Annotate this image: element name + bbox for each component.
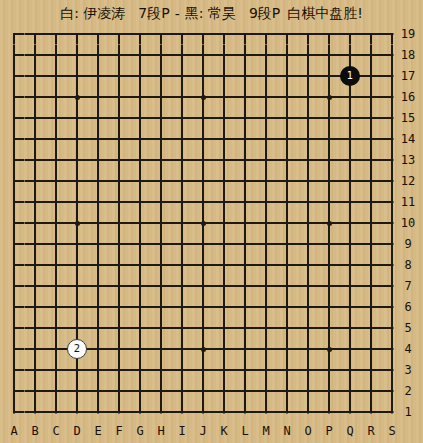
intersection-L2[interactable] (235, 381, 256, 402)
intersection-N14[interactable] (277, 129, 298, 150)
intersection-R3[interactable] (361, 360, 382, 381)
intersection-A19[interactable] (4, 24, 25, 45)
intersection-E3[interactable] (88, 360, 109, 381)
intersection-Q3[interactable] (340, 360, 361, 381)
intersection-H17[interactable] (151, 66, 172, 87)
intersection-I10[interactable] (172, 213, 193, 234)
intersection-D10[interactable] (67, 213, 88, 234)
intersection-N6[interactable] (277, 297, 298, 318)
intersection-C10[interactable] (46, 213, 67, 234)
intersection-M6[interactable] (256, 297, 277, 318)
intersection-E9[interactable] (88, 234, 109, 255)
intersection-C17[interactable] (46, 66, 67, 87)
intersection-E2[interactable] (88, 381, 109, 402)
intersection-O16[interactable] (298, 87, 319, 108)
intersection-D12[interactable] (67, 171, 88, 192)
intersection-A10[interactable] (4, 213, 25, 234)
intersection-G10[interactable] (130, 213, 151, 234)
intersection-H8[interactable] (151, 255, 172, 276)
intersection-M19[interactable] (256, 24, 277, 45)
intersection-H15[interactable] (151, 108, 172, 129)
intersection-N8[interactable] (277, 255, 298, 276)
intersection-O8[interactable] (298, 255, 319, 276)
intersection-N17[interactable] (277, 66, 298, 87)
intersection-J15[interactable] (193, 108, 214, 129)
intersection-D19[interactable] (67, 24, 88, 45)
intersection-N1[interactable] (277, 402, 298, 423)
intersection-D2[interactable] (67, 381, 88, 402)
intersection-R2[interactable] (361, 381, 382, 402)
intersection-M13[interactable] (256, 150, 277, 171)
intersection-J4[interactable] (193, 339, 214, 360)
intersection-D5[interactable] (67, 318, 88, 339)
intersection-F17[interactable] (109, 66, 130, 87)
intersection-O17[interactable] (298, 66, 319, 87)
intersection-L13[interactable] (235, 150, 256, 171)
intersection-N18[interactable] (277, 45, 298, 66)
intersection-E19[interactable] (88, 24, 109, 45)
intersection-H19[interactable] (151, 24, 172, 45)
intersection-F1[interactable] (109, 402, 130, 423)
intersection-F18[interactable] (109, 45, 130, 66)
intersection-R15[interactable] (361, 108, 382, 129)
intersection-M12[interactable] (256, 171, 277, 192)
intersection-P8[interactable] (319, 255, 340, 276)
intersection-D16[interactable] (67, 87, 88, 108)
intersection-J2[interactable] (193, 381, 214, 402)
intersection-N7[interactable] (277, 276, 298, 297)
intersection-Q6[interactable] (340, 297, 361, 318)
intersection-L3[interactable] (235, 360, 256, 381)
intersection-N11[interactable] (277, 192, 298, 213)
intersection-L8[interactable] (235, 255, 256, 276)
intersection-A13[interactable] (4, 150, 25, 171)
intersection-O5[interactable] (298, 318, 319, 339)
intersection-N10[interactable] (277, 213, 298, 234)
intersection-O11[interactable] (298, 192, 319, 213)
intersection-L15[interactable] (235, 108, 256, 129)
intersection-D18[interactable] (67, 45, 88, 66)
intersection-Q1[interactable] (340, 402, 361, 423)
intersection-C1[interactable] (46, 402, 67, 423)
intersection-A11[interactable] (4, 192, 25, 213)
intersection-I12[interactable] (172, 171, 193, 192)
intersection-R14[interactable] (361, 129, 382, 150)
intersection-M4[interactable] (256, 339, 277, 360)
intersection-E12[interactable] (88, 171, 109, 192)
intersection-G14[interactable] (130, 129, 151, 150)
intersection-R6[interactable] (361, 297, 382, 318)
intersection-I5[interactable] (172, 318, 193, 339)
intersection-K10[interactable] (214, 213, 235, 234)
intersection-L11[interactable] (235, 192, 256, 213)
intersection-R19[interactable] (361, 24, 382, 45)
intersection-Q12[interactable] (340, 171, 361, 192)
intersection-G11[interactable] (130, 192, 151, 213)
intersection-H6[interactable] (151, 297, 172, 318)
intersection-P9[interactable] (319, 234, 340, 255)
intersection-C11[interactable] (46, 192, 67, 213)
intersection-M17[interactable] (256, 66, 277, 87)
intersection-I4[interactable] (172, 339, 193, 360)
intersection-M9[interactable] (256, 234, 277, 255)
intersection-J8[interactable] (193, 255, 214, 276)
intersection-R5[interactable] (361, 318, 382, 339)
intersection-Q2[interactable] (340, 381, 361, 402)
intersection-A6[interactable] (4, 297, 25, 318)
intersection-K5[interactable] (214, 318, 235, 339)
intersection-K13[interactable] (214, 150, 235, 171)
intersection-M16[interactable] (256, 87, 277, 108)
intersection-P16[interactable] (319, 87, 340, 108)
intersection-K17[interactable] (214, 66, 235, 87)
intersection-A16[interactable] (4, 87, 25, 108)
intersection-L7[interactable] (235, 276, 256, 297)
intersection-B1[interactable] (25, 402, 46, 423)
intersection-I7[interactable] (172, 276, 193, 297)
intersection-R4[interactable] (361, 339, 382, 360)
intersection-Q19[interactable] (340, 24, 361, 45)
intersection-P6[interactable] (319, 297, 340, 318)
intersection-L17[interactable] (235, 66, 256, 87)
intersection-P12[interactable] (319, 171, 340, 192)
intersection-M14[interactable] (256, 129, 277, 150)
intersection-B10[interactable] (25, 213, 46, 234)
intersection-B17[interactable] (25, 66, 46, 87)
intersection-A2[interactable] (4, 381, 25, 402)
intersection-O7[interactable] (298, 276, 319, 297)
intersection-C9[interactable] (46, 234, 67, 255)
intersection-O3[interactable] (298, 360, 319, 381)
intersection-E11[interactable] (88, 192, 109, 213)
intersection-R9[interactable] (361, 234, 382, 255)
intersection-H10[interactable] (151, 213, 172, 234)
intersection-A4[interactable] (4, 339, 25, 360)
intersection-M18[interactable] (256, 45, 277, 66)
intersection-A14[interactable] (4, 129, 25, 150)
intersection-K18[interactable] (214, 45, 235, 66)
intersection-B18[interactable] (25, 45, 46, 66)
intersection-N16[interactable] (277, 87, 298, 108)
intersection-H5[interactable] (151, 318, 172, 339)
intersection-O1[interactable] (298, 402, 319, 423)
intersection-L16[interactable] (235, 87, 256, 108)
intersection-K8[interactable] (214, 255, 235, 276)
intersection-R13[interactable] (361, 150, 382, 171)
intersection-P11[interactable] (319, 192, 340, 213)
intersection-H18[interactable] (151, 45, 172, 66)
intersection-M3[interactable] (256, 360, 277, 381)
intersection-E7[interactable] (88, 276, 109, 297)
intersection-H12[interactable] (151, 171, 172, 192)
intersection-G12[interactable] (130, 171, 151, 192)
intersection-K6[interactable] (214, 297, 235, 318)
intersection-I16[interactable] (172, 87, 193, 108)
intersection-A1[interactable] (4, 402, 25, 423)
intersection-D7[interactable] (67, 276, 88, 297)
intersection-C5[interactable] (46, 318, 67, 339)
intersection-M5[interactable] (256, 318, 277, 339)
intersection-I19[interactable] (172, 24, 193, 45)
intersection-A3[interactable] (4, 360, 25, 381)
intersection-F4[interactable] (109, 339, 130, 360)
intersection-Q13[interactable] (340, 150, 361, 171)
intersection-J9[interactable] (193, 234, 214, 255)
intersection-C18[interactable] (46, 45, 67, 66)
intersection-R10[interactable] (361, 213, 382, 234)
intersection-D6[interactable] (67, 297, 88, 318)
intersection-I6[interactable] (172, 297, 193, 318)
intersection-H1[interactable] (151, 402, 172, 423)
intersection-I17[interactable] (172, 66, 193, 87)
intersection-K19[interactable] (214, 24, 235, 45)
intersection-Q4[interactable] (340, 339, 361, 360)
intersection-G8[interactable] (130, 255, 151, 276)
intersection-F13[interactable] (109, 150, 130, 171)
intersection-A7[interactable] (4, 276, 25, 297)
intersection-Q8[interactable] (340, 255, 361, 276)
intersection-J17[interactable] (193, 66, 214, 87)
intersection-B13[interactable] (25, 150, 46, 171)
intersection-L19[interactable] (235, 24, 256, 45)
intersection-K7[interactable] (214, 276, 235, 297)
intersection-Q7[interactable] (340, 276, 361, 297)
intersection-E13[interactable] (88, 150, 109, 171)
intersection-P18[interactable] (319, 45, 340, 66)
intersection-L14[interactable] (235, 129, 256, 150)
intersection-J5[interactable] (193, 318, 214, 339)
intersection-L18[interactable] (235, 45, 256, 66)
intersection-Q18[interactable] (340, 45, 361, 66)
intersection-I14[interactable] (172, 129, 193, 150)
intersection-J11[interactable] (193, 192, 214, 213)
intersection-Q5[interactable] (340, 318, 361, 339)
intersection-F19[interactable] (109, 24, 130, 45)
intersection-A18[interactable] (4, 45, 25, 66)
intersection-Q15[interactable] (340, 108, 361, 129)
intersection-G16[interactable] (130, 87, 151, 108)
intersection-B19[interactable] (25, 24, 46, 45)
intersection-J1[interactable] (193, 402, 214, 423)
intersection-J3[interactable] (193, 360, 214, 381)
intersection-C2[interactable] (46, 381, 67, 402)
intersection-M2[interactable] (256, 381, 277, 402)
intersection-E10[interactable] (88, 213, 109, 234)
intersection-B12[interactable] (25, 171, 46, 192)
intersection-J16[interactable] (193, 87, 214, 108)
intersection-C15[interactable] (46, 108, 67, 129)
intersection-R17[interactable] (361, 66, 382, 87)
intersection-M7[interactable] (256, 276, 277, 297)
intersection-H4[interactable] (151, 339, 172, 360)
intersection-M15[interactable] (256, 108, 277, 129)
intersection-B4[interactable] (25, 339, 46, 360)
intersection-R18[interactable] (361, 45, 382, 66)
intersection-C14[interactable] (46, 129, 67, 150)
intersection-D8[interactable] (67, 255, 88, 276)
intersection-R11[interactable] (361, 192, 382, 213)
intersection-R8[interactable] (361, 255, 382, 276)
intersection-K14[interactable] (214, 129, 235, 150)
intersection-P3[interactable] (319, 360, 340, 381)
intersection-M1[interactable] (256, 402, 277, 423)
intersection-M11[interactable] (256, 192, 277, 213)
intersection-L5[interactable] (235, 318, 256, 339)
intersection-H16[interactable] (151, 87, 172, 108)
intersection-E15[interactable] (88, 108, 109, 129)
intersection-I2[interactable] (172, 381, 193, 402)
intersection-O14[interactable] (298, 129, 319, 150)
intersection-G18[interactable] (130, 45, 151, 66)
intersection-K2[interactable] (214, 381, 235, 402)
intersection-P4[interactable] (319, 339, 340, 360)
intersection-F9[interactable] (109, 234, 130, 255)
intersection-H13[interactable] (151, 150, 172, 171)
intersection-A8[interactable] (4, 255, 25, 276)
intersection-B8[interactable] (25, 255, 46, 276)
intersection-J6[interactable] (193, 297, 214, 318)
intersection-J12[interactable] (193, 171, 214, 192)
intersection-P7[interactable] (319, 276, 340, 297)
intersection-C13[interactable] (46, 150, 67, 171)
intersection-J10[interactable] (193, 213, 214, 234)
intersection-Q11[interactable] (340, 192, 361, 213)
intersection-M10[interactable] (256, 213, 277, 234)
intersection-F5[interactable] (109, 318, 130, 339)
intersection-D17[interactable] (67, 66, 88, 87)
intersection-K4[interactable] (214, 339, 235, 360)
intersection-C4[interactable] (46, 339, 67, 360)
intersection-I1[interactable] (172, 402, 193, 423)
intersection-P2[interactable] (319, 381, 340, 402)
intersection-O15[interactable] (298, 108, 319, 129)
intersection-C3[interactable] (46, 360, 67, 381)
intersection-G15[interactable] (130, 108, 151, 129)
intersection-I8[interactable] (172, 255, 193, 276)
intersection-C12[interactable] (46, 171, 67, 192)
intersection-H7[interactable] (151, 276, 172, 297)
intersection-N4[interactable] (277, 339, 298, 360)
intersection-P19[interactable] (319, 24, 340, 45)
intersection-O12[interactable] (298, 171, 319, 192)
intersection-N15[interactable] (277, 108, 298, 129)
intersection-B14[interactable] (25, 129, 46, 150)
intersection-Q10[interactable] (340, 213, 361, 234)
intersection-Q14[interactable] (340, 129, 361, 150)
intersection-Q16[interactable] (340, 87, 361, 108)
intersection-D9[interactable] (67, 234, 88, 255)
intersection-M8[interactable] (256, 255, 277, 276)
intersection-J19[interactable] (193, 24, 214, 45)
intersection-B6[interactable] (25, 297, 46, 318)
intersection-G2[interactable] (130, 381, 151, 402)
intersection-B9[interactable] (25, 234, 46, 255)
intersection-G1[interactable] (130, 402, 151, 423)
intersection-D3[interactable] (67, 360, 88, 381)
intersection-B3[interactable] (25, 360, 46, 381)
intersection-K16[interactable] (214, 87, 235, 108)
intersection-F6[interactable] (109, 297, 130, 318)
intersection-L10[interactable] (235, 213, 256, 234)
intersection-L4[interactable] (235, 339, 256, 360)
intersection-E4[interactable] (88, 339, 109, 360)
intersection-N13[interactable] (277, 150, 298, 171)
intersection-P1[interactable] (319, 402, 340, 423)
intersection-A12[interactable] (4, 171, 25, 192)
intersection-D15[interactable] (67, 108, 88, 129)
intersection-F12[interactable] (109, 171, 130, 192)
intersection-D11[interactable] (67, 192, 88, 213)
intersection-F16[interactable] (109, 87, 130, 108)
intersection-D13[interactable] (67, 150, 88, 171)
intersection-C19[interactable] (46, 24, 67, 45)
intersection-F8[interactable] (109, 255, 130, 276)
intersection-H2[interactable] (151, 381, 172, 402)
intersection-K1[interactable] (214, 402, 235, 423)
intersection-J14[interactable] (193, 129, 214, 150)
intersection-N12[interactable] (277, 171, 298, 192)
intersection-F11[interactable] (109, 192, 130, 213)
intersection-Q9[interactable] (340, 234, 361, 255)
intersection-K9[interactable] (214, 234, 235, 255)
intersection-L1[interactable] (235, 402, 256, 423)
intersection-B7[interactable] (25, 276, 46, 297)
intersection-E1[interactable] (88, 402, 109, 423)
intersection-P17[interactable] (319, 66, 340, 87)
intersection-J18[interactable] (193, 45, 214, 66)
intersection-F15[interactable] (109, 108, 130, 129)
intersection-A9[interactable] (4, 234, 25, 255)
intersection-O10[interactable] (298, 213, 319, 234)
intersection-G13[interactable] (130, 150, 151, 171)
intersection-D1[interactable] (67, 402, 88, 423)
intersection-B5[interactable] (25, 318, 46, 339)
intersection-K15[interactable] (214, 108, 235, 129)
intersection-K12[interactable] (214, 171, 235, 192)
intersection-C6[interactable] (46, 297, 67, 318)
intersection-F2[interactable] (109, 381, 130, 402)
intersection-I13[interactable] (172, 150, 193, 171)
intersection-G6[interactable] (130, 297, 151, 318)
intersection-P15[interactable] (319, 108, 340, 129)
intersection-C8[interactable] (46, 255, 67, 276)
intersection-G17[interactable] (130, 66, 151, 87)
intersection-E5[interactable] (88, 318, 109, 339)
intersection-F3[interactable] (109, 360, 130, 381)
intersection-O2[interactable] (298, 381, 319, 402)
intersection-J13[interactable] (193, 150, 214, 171)
intersection-B16[interactable] (25, 87, 46, 108)
intersection-E18[interactable] (88, 45, 109, 66)
intersection-O6[interactable] (298, 297, 319, 318)
intersection-O13[interactable] (298, 150, 319, 171)
intersection-I18[interactable] (172, 45, 193, 66)
intersection-L12[interactable] (235, 171, 256, 192)
intersection-C7[interactable] (46, 276, 67, 297)
intersection-L9[interactable] (235, 234, 256, 255)
intersection-G9[interactable] (130, 234, 151, 255)
intersection-N9[interactable] (277, 234, 298, 255)
intersection-O4[interactable] (298, 339, 319, 360)
intersection-A15[interactable] (4, 108, 25, 129)
intersection-G7[interactable] (130, 276, 151, 297)
intersection-E8[interactable] (88, 255, 109, 276)
intersection-E16[interactable] (88, 87, 109, 108)
intersection-H9[interactable] (151, 234, 172, 255)
intersection-P10[interactable] (319, 213, 340, 234)
intersection-F14[interactable] (109, 129, 130, 150)
intersection-H3[interactable] (151, 360, 172, 381)
